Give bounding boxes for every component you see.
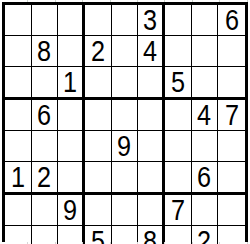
cell-r8c9[interactable] <box>218 226 245 244</box>
cell-r1c5[interactable] <box>112 5 139 36</box>
given-digit: 8 <box>37 36 51 66</box>
cell-r7c5[interactable] <box>112 195 139 226</box>
cell-r7c2[interactable] <box>32 195 59 226</box>
cell-r8c2[interactable] <box>32 226 59 244</box>
cell-r2c8[interactable] <box>192 36 219 67</box>
cell-r1c6[interactable]: 3 <box>138 5 165 36</box>
cell-r3c3[interactable]: 1 <box>58 67 85 100</box>
cell-r3c9[interactable] <box>218 67 245 100</box>
cell-r5c5[interactable]: 9 <box>112 131 139 162</box>
cell-r1c9[interactable]: 6 <box>218 5 245 36</box>
cell-r4c1[interactable] <box>5 100 32 131</box>
cell-r1c1[interactable] <box>5 5 32 36</box>
cell-r7c9[interactable] <box>218 195 245 226</box>
cell-r6c8[interactable]: 6 <box>192 162 219 195</box>
cell-r4c8[interactable]: 4 <box>192 100 219 131</box>
given-digit: 6 <box>225 5 239 35</box>
cell-r4c3[interactable] <box>58 100 85 131</box>
given-digit: 1 <box>63 67 77 97</box>
cell-r4c2[interactable]: 6 <box>32 100 59 131</box>
cell-r6c9[interactable] <box>218 162 245 195</box>
cell-r2c2[interactable]: 8 <box>32 36 59 67</box>
cell-r5c7[interactable] <box>165 131 192 162</box>
cell-r5c6[interactable] <box>138 131 165 162</box>
cell-r8c4[interactable]: 5 <box>85 226 112 244</box>
cell-r8c6[interactable]: 8 <box>138 226 165 244</box>
cell-r2c5[interactable] <box>112 36 139 67</box>
cell-r6c2[interactable]: 2 <box>32 162 59 195</box>
given-digit: 7 <box>225 100 239 130</box>
cell-r5c8[interactable] <box>192 131 219 162</box>
given-digit: 9 <box>63 195 77 225</box>
cell-r2c4[interactable]: 2 <box>85 36 112 67</box>
cell-r4c5[interactable] <box>112 100 139 131</box>
cell-r5c2[interactable] <box>32 131 59 162</box>
cell-r2c9[interactable] <box>218 36 245 67</box>
cell-r7c3[interactable]: 9 <box>58 195 85 226</box>
cell-r1c2[interactable] <box>32 5 59 36</box>
cell-r3c6[interactable] <box>138 67 165 100</box>
cell-r2c1[interactable] <box>5 36 32 67</box>
given-digit: 5 <box>91 226 105 244</box>
cell-r1c3[interactable] <box>58 5 85 36</box>
cell-r4c4[interactable] <box>85 100 112 131</box>
cell-r8c7[interactable] <box>165 226 192 244</box>
cell-r8c5[interactable] <box>112 226 139 244</box>
cell-r3c4[interactable] <box>85 67 112 100</box>
cell-r3c5[interactable] <box>112 67 139 100</box>
cell-r5c1[interactable] <box>5 131 32 162</box>
cell-r7c4[interactable] <box>85 195 112 226</box>
sudoku-board: 368241564791269758253 <box>2 2 248 242</box>
cell-r8c3[interactable] <box>58 226 85 244</box>
given-digit: 2 <box>37 162 51 192</box>
given-digit: 9 <box>117 131 131 161</box>
cell-r6c5[interactable] <box>112 162 139 195</box>
cell-r5c9[interactable] <box>218 131 245 162</box>
cell-r3c1[interactable] <box>5 67 32 100</box>
cell-r6c6[interactable] <box>138 162 165 195</box>
cell-r6c7[interactable] <box>165 162 192 195</box>
cell-r4c6[interactable] <box>138 100 165 131</box>
cell-r4c7[interactable] <box>165 100 192 131</box>
given-digit: 2 <box>197 226 211 244</box>
cell-r6c4[interactable] <box>85 162 112 195</box>
given-digit: 6 <box>37 100 51 130</box>
cell-r7c8[interactable] <box>192 195 219 226</box>
cell-r8c1[interactable] <box>5 226 32 244</box>
given-digit: 4 <box>197 100 211 130</box>
given-digit: 8 <box>143 226 157 244</box>
cell-r1c4[interactable] <box>85 5 112 36</box>
cell-r6c1[interactable]: 1 <box>5 162 32 195</box>
cell-r3c8[interactable] <box>192 67 219 100</box>
cell-r1c7[interactable] <box>165 5 192 36</box>
cell-r5c3[interactable] <box>58 131 85 162</box>
given-digit: 6 <box>197 162 211 192</box>
given-digit: 7 <box>171 195 185 225</box>
cell-r3c2[interactable] <box>32 67 59 100</box>
cell-r2c6[interactable]: 4 <box>138 36 165 67</box>
cell-r4c9[interactable]: 7 <box>218 100 245 131</box>
cell-r7c6[interactable] <box>138 195 165 226</box>
cell-r2c7[interactable] <box>165 36 192 67</box>
cell-r7c7[interactable]: 7 <box>165 195 192 226</box>
cell-r6c3[interactable] <box>58 162 85 195</box>
cell-r8c8[interactable]: 2 <box>192 226 219 244</box>
cell-r1c8[interactable] <box>192 5 219 36</box>
sudoku-page: 368241564791269758253 <box>0 0 250 244</box>
cell-r3c7[interactable]: 5 <box>165 67 192 100</box>
cell-r7c1[interactable] <box>5 195 32 226</box>
given-digit: 2 <box>91 36 105 66</box>
given-digit: 1 <box>11 162 25 192</box>
given-digit: 4 <box>143 36 157 66</box>
cell-r5c4[interactable] <box>85 131 112 162</box>
cell-r2c3[interactable] <box>58 36 85 67</box>
given-digit: 5 <box>171 67 185 97</box>
given-digit: 3 <box>143 5 157 35</box>
